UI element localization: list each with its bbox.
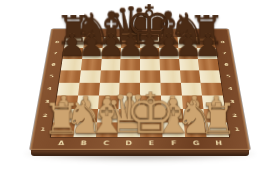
rank-label-right-6: 6	[217, 59, 235, 71]
rank-label-right-8: 8	[214, 37, 231, 48]
rank-label-right-4: 4	[221, 83, 240, 96]
rank-label-left-3: 3	[37, 95, 57, 108]
file-label-e: E	[143, 137, 159, 150]
white-king-e1[interactable]: ♚	[126, 91, 177, 136]
chessboard-photo: ABCDEFGH 12345678 12345678 ♜♞♝♛♚♝♞♜♟♟♟♟♟…	[0, 0, 280, 172]
rank-label-right-5: 5	[219, 71, 238, 83]
white-bishop-c1[interactable]: ♝	[85, 98, 128, 136]
file-label-h: H	[210, 137, 227, 150]
file-label-d: D	[121, 137, 137, 150]
rank-label-left-5: 5	[42, 71, 61, 83]
rank-label-left-2: 2	[35, 109, 55, 123]
chessboard: ABCDEFGH 12345678 12345678 ♜♞♝♛♚♝♞♜♟♟♟♟♟…	[30, 29, 250, 150]
rank-label-left-1: 1	[32, 123, 53, 138]
rank-label-right-3: 3	[223, 95, 243, 108]
rank-label-left-8: 8	[48, 37, 65, 48]
rank-label-left-7: 7	[46, 48, 64, 59]
rank-label-right-2: 2	[225, 109, 245, 123]
file-label-c: C	[98, 137, 115, 150]
file-label-a: A	[52, 137, 69, 150]
piece-layer: ♜♞♝♛♚♝♞♜♟♟♟♟♟♟♟♟♟♟♟♟♟♟♟♟♜♞♝♛♚♝♞♜	[51, 37, 229, 137]
rank-label-right-7: 7	[216, 48, 234, 59]
file-label-g: G	[188, 137, 205, 150]
rank-label-right-1: 1	[227, 123, 248, 138]
file-label-f: F	[166, 137, 183, 150]
rank-label-left-4: 4	[40, 83, 59, 96]
board-side-edge	[31, 150, 249, 156]
rank-label-left-6: 6	[44, 59, 62, 71]
file-label-b: B	[75, 137, 92, 150]
